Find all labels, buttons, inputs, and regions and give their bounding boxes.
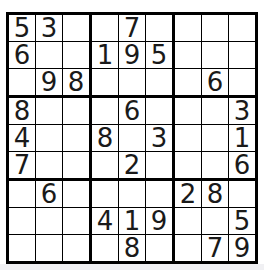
sudoku-cell-r5c5[interactable]	[119, 125, 146, 152]
sudoku-cell-r4c2[interactable]	[36, 98, 63, 125]
sudoku-cell-r3c6[interactable]	[146, 69, 175, 98]
sudoku-cell-r2c7[interactable]	[175, 42, 202, 69]
sudoku-cell-r3c3: 8	[63, 69, 92, 98]
page: 537619598686348317266284195879	[0, 0, 264, 270]
sudoku-cell-r5c9: 1	[229, 125, 255, 152]
sudoku-cell-r9c7[interactable]	[175, 235, 202, 261]
sudoku-cell-r9c1[interactable]	[9, 235, 36, 261]
sudoku-cell-r3c4[interactable]	[92, 69, 119, 98]
sudoku-cell-r4c9: 3	[229, 98, 255, 125]
sudoku-cell-r2c4: 1	[92, 42, 119, 69]
sudoku-cell-r4c6[interactable]	[146, 98, 175, 125]
sudoku-cell-r8c4: 4	[92, 208, 119, 235]
sudoku-cell-r2c5: 9	[119, 42, 146, 69]
bottom-strip	[0, 264, 264, 270]
sudoku-cell-r8c9: 5	[229, 208, 255, 235]
sudoku-cell-r9c2[interactable]	[36, 235, 63, 261]
sudoku-cell-r9c9: 9	[229, 235, 255, 261]
sudoku-cell-r4c3[interactable]	[63, 98, 92, 125]
sudoku-cell-r2c6: 5	[146, 42, 175, 69]
sudoku-cell-r8c1[interactable]	[9, 208, 36, 235]
sudoku-cell-r2c8[interactable]	[202, 42, 229, 69]
sudoku-cell-r4c8[interactable]	[202, 98, 229, 125]
sudoku-cell-r7c2: 6	[36, 181, 63, 208]
sudoku-cell-r9c3[interactable]	[63, 235, 92, 261]
sudoku-cell-r1c1: 5	[9, 15, 36, 42]
sudoku-cell-r5c3[interactable]	[63, 125, 92, 152]
sudoku-cell-r8c7[interactable]	[175, 208, 202, 235]
sudoku-cell-r5c7[interactable]	[175, 125, 202, 152]
sudoku-cell-r9c4[interactable]	[92, 235, 119, 261]
sudoku-cell-r3c9[interactable]	[229, 69, 255, 98]
sudoku-cell-r1c4[interactable]	[92, 15, 119, 42]
sudoku-cell-r1c6[interactable]	[146, 15, 175, 42]
sudoku-cell-r4c7[interactable]	[175, 98, 202, 125]
sudoku-cell-r3c2: 9	[36, 69, 63, 98]
sudoku-cell-r7c3[interactable]	[63, 181, 92, 208]
sudoku-cell-r6c9: 6	[229, 152, 255, 181]
sudoku-cell-r9c5: 8	[119, 235, 146, 261]
sudoku-cell-r8c2[interactable]	[36, 208, 63, 235]
sudoku-cell-r8c5: 1	[119, 208, 146, 235]
sudoku-cell-r1c8[interactable]	[202, 15, 229, 42]
sudoku-cell-r1c3[interactable]	[63, 15, 92, 42]
sudoku-cell-r4c4[interactable]	[92, 98, 119, 125]
sudoku-cell-r7c1[interactable]	[9, 181, 36, 208]
sudoku-cell-r7c9[interactable]	[229, 181, 255, 208]
sudoku-cell-r6c1: 7	[9, 152, 36, 181]
sudoku-cell-r7c6[interactable]	[146, 181, 175, 208]
sudoku-cell-r1c9[interactable]	[229, 15, 255, 42]
sudoku-cell-r6c3[interactable]	[63, 152, 92, 181]
sudoku-cell-r2c9[interactable]	[229, 42, 255, 69]
sudoku-cell-r3c5[interactable]	[119, 69, 146, 98]
sudoku-cell-r2c1: 6	[9, 42, 36, 69]
sudoku-cell-r8c8[interactable]	[202, 208, 229, 235]
sudoku-cell-r4c1: 8	[9, 98, 36, 125]
sudoku-cell-r9c6[interactable]	[146, 235, 175, 261]
sudoku-cell-r6c8[interactable]	[202, 152, 229, 181]
sudoku-cell-r1c2: 3	[36, 15, 63, 42]
sudoku-cell-r5c1: 4	[9, 125, 36, 152]
sudoku-cell-r6c4[interactable]	[92, 152, 119, 181]
sudoku-cell-r7c4[interactable]	[92, 181, 119, 208]
sudoku-cell-r7c7: 2	[175, 181, 202, 208]
sudoku-cell-r3c8: 6	[202, 69, 229, 98]
sudoku-cell-r5c8[interactable]	[202, 125, 229, 152]
sudoku-cell-r6c5: 2	[119, 152, 146, 181]
sudoku-cell-r2c3[interactable]	[63, 42, 92, 69]
sudoku-cell-r7c5[interactable]	[119, 181, 146, 208]
sudoku-cell-r6c2[interactable]	[36, 152, 63, 181]
sudoku-cell-r7c8: 8	[202, 181, 229, 208]
sudoku-cell-r5c2[interactable]	[36, 125, 63, 152]
sudoku-cell-r6c7[interactable]	[175, 152, 202, 181]
sudoku-cell-r4c5: 6	[119, 98, 146, 125]
sudoku-cell-r1c7[interactable]	[175, 15, 202, 42]
sudoku-cell-r1c5: 7	[119, 15, 146, 42]
sudoku-cell-r5c6: 3	[146, 125, 175, 152]
sudoku-board: 537619598686348317266284195879	[6, 12, 258, 264]
sudoku-cell-r9c8: 7	[202, 235, 229, 261]
sudoku-cell-r2c2[interactable]	[36, 42, 63, 69]
sudoku-cell-r5c4: 8	[92, 125, 119, 152]
sudoku-cell-r6c6[interactable]	[146, 152, 175, 181]
sudoku-cell-r3c1[interactable]	[9, 69, 36, 98]
sudoku-cell-r8c3[interactable]	[63, 208, 92, 235]
sudoku-cell-r8c6: 9	[146, 208, 175, 235]
sudoku-cell-r3c7[interactable]	[175, 69, 202, 98]
